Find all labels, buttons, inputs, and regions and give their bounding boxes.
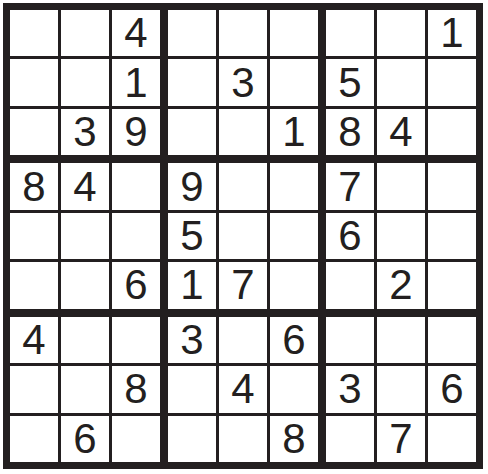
cell-r9c9[interactable] [428,416,476,462]
cell-r2c5: 3 [219,59,267,105]
block-1-3: 1584 [326,10,476,155]
cell-r5c2[interactable] [61,213,109,259]
cell-r5c9[interactable] [428,213,476,259]
cell-r4c7: 7 [326,163,374,209]
cell-r1c8[interactable] [377,10,425,56]
cell-r8c1[interactable] [10,366,58,412]
cell-r1c1[interactable] [10,10,58,56]
cell-r5c5[interactable] [219,213,267,259]
cell-r9c8: 7 [377,416,425,462]
cell-r7c9[interactable] [428,317,476,363]
cell-r1c9: 1 [428,10,476,56]
cell-r1c2[interactable] [61,10,109,56]
cell-r6c4: 1 [168,262,216,308]
cell-r3c4[interactable] [168,109,216,155]
cell-r3c5[interactable] [219,109,267,155]
cell-r3c1[interactable] [10,109,58,155]
cell-r5c1[interactable] [10,213,58,259]
cell-r8c3: 8 [112,366,160,412]
cell-r2c8[interactable] [377,59,425,105]
cell-r3c6: 1 [270,109,318,155]
cell-r7c1: 4 [10,317,58,363]
sudoku-board: 413931158484695177624863648367 [3,3,483,469]
cell-r7c3[interactable] [112,317,160,363]
cell-r7c7[interactable] [326,317,374,363]
cell-r4c3[interactable] [112,163,160,209]
cell-r2c9[interactable] [428,59,476,105]
block-2-3: 762 [326,163,476,308]
cell-r1c3: 4 [112,10,160,56]
cell-r2c3: 1 [112,59,160,105]
cell-r6c5: 7 [219,262,267,308]
cell-r5c6[interactable] [270,213,318,259]
cell-r1c6[interactable] [270,10,318,56]
cell-r7c6: 6 [270,317,318,363]
cell-r4c9[interactable] [428,163,476,209]
cell-r2c6[interactable] [270,59,318,105]
cell-r6c1[interactable] [10,262,58,308]
cell-r9c3[interactable] [112,416,160,462]
cell-r9c2: 6 [61,416,109,462]
cell-r8c7: 3 [326,366,374,412]
cell-r5c3[interactable] [112,213,160,259]
cell-r9c5[interactable] [219,416,267,462]
cell-r6c8: 2 [377,262,425,308]
block-1-2: 31 [168,10,318,155]
cell-r4c1: 8 [10,163,58,209]
cell-r6c3: 6 [112,262,160,308]
cell-r4c6[interactable] [270,163,318,209]
cell-r4c5[interactable] [219,163,267,209]
block-1-1: 4139 [10,10,160,155]
cell-r4c8[interactable] [377,163,425,209]
cell-r1c4[interactable] [168,10,216,56]
cell-r8c2[interactable] [61,366,109,412]
cell-r4c2: 4 [61,163,109,209]
cell-r8c9: 6 [428,366,476,412]
cell-r8c8[interactable] [377,366,425,412]
cell-r3c9[interactable] [428,109,476,155]
cell-r6c6[interactable] [270,262,318,308]
cell-r5c7: 6 [326,213,374,259]
cell-r2c4[interactable] [168,59,216,105]
cell-r7c8[interactable] [377,317,425,363]
cell-r7c2[interactable] [61,317,109,363]
block-2-1: 846 [10,163,160,308]
cell-r8c4[interactable] [168,366,216,412]
cell-r5c8[interactable] [377,213,425,259]
cell-r2c7: 5 [326,59,374,105]
cell-r3c2: 3 [61,109,109,155]
block-3-3: 367 [326,317,476,462]
sudoku-page: 413931158484695177624863648367 [0,0,488,474]
cell-r2c1[interactable] [10,59,58,105]
cell-r9c6: 8 [270,416,318,462]
cell-r3c7: 8 [326,109,374,155]
cell-r6c2[interactable] [61,262,109,308]
cell-r2c2[interactable] [61,59,109,105]
cell-r5c4: 5 [168,213,216,259]
cell-r4c4: 9 [168,163,216,209]
block-3-2: 3648 [168,317,318,462]
cell-r9c7[interactable] [326,416,374,462]
cell-r6c9[interactable] [428,262,476,308]
cell-r3c3: 9 [112,109,160,155]
cell-r8c6[interactable] [270,366,318,412]
cell-r6c7[interactable] [326,262,374,308]
cell-r9c4[interactable] [168,416,216,462]
cell-r7c5[interactable] [219,317,267,363]
block-2-2: 9517 [168,163,318,308]
cell-r3c8: 4 [377,109,425,155]
block-3-1: 486 [10,317,160,462]
cell-r1c7[interactable] [326,10,374,56]
cell-r1c5[interactable] [219,10,267,56]
cell-r7c4: 3 [168,317,216,363]
cell-r9c1[interactable] [10,416,58,462]
cell-r8c5: 4 [219,366,267,412]
